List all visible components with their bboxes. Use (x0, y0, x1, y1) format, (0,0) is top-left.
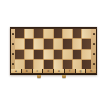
board-square (34, 39, 43, 48)
rank-border-right (91, 29, 96, 69)
board-square (25, 60, 34, 69)
board-right-edge (96, 29, 97, 69)
board-square (73, 60, 82, 69)
rank-mark (12, 33, 14, 36)
board-square (25, 50, 34, 59)
chess-board: abcdefgh (10, 27, 97, 75)
board-square (15, 50, 24, 59)
board-top-face (10, 29, 97, 69)
board-square (15, 60, 24, 69)
board-square (25, 39, 34, 48)
rank-mark (12, 63, 14, 66)
board-square (44, 39, 53, 48)
rank-mark (93, 63, 95, 66)
rank-mark (12, 53, 14, 56)
board-square (82, 50, 91, 59)
board-square (15, 29, 24, 38)
board-square (63, 29, 72, 38)
board-square (54, 60, 63, 69)
board-square (82, 29, 91, 38)
board-bottom-edge (10, 73, 97, 75)
board-square (34, 50, 43, 59)
rank-mark (93, 33, 95, 36)
board-square (25, 29, 34, 38)
board-square (54, 29, 63, 38)
rank-border-left (11, 29, 15, 69)
rank-mark (93, 53, 95, 56)
board-square (63, 39, 72, 48)
board-square (82, 39, 91, 48)
board-square (44, 29, 53, 38)
hinge-icon (62, 75, 66, 78)
board-square (73, 39, 82, 48)
board-square (44, 60, 53, 69)
board-grid (15, 29, 91, 69)
board-square (54, 50, 63, 59)
rank-mark (12, 43, 14, 46)
product-photo: abcdefgh (0, 0, 107, 107)
board-square (73, 50, 82, 59)
board-square (63, 50, 72, 59)
hinge-icon (37, 75, 41, 78)
board-square (44, 50, 53, 59)
board-square (34, 29, 43, 38)
board-square (34, 60, 43, 69)
board-square (63, 60, 72, 69)
board-square (54, 39, 63, 48)
board-square (15, 39, 24, 48)
board-square (73, 29, 82, 38)
rank-mark (93, 43, 95, 46)
board-square (82, 60, 91, 69)
